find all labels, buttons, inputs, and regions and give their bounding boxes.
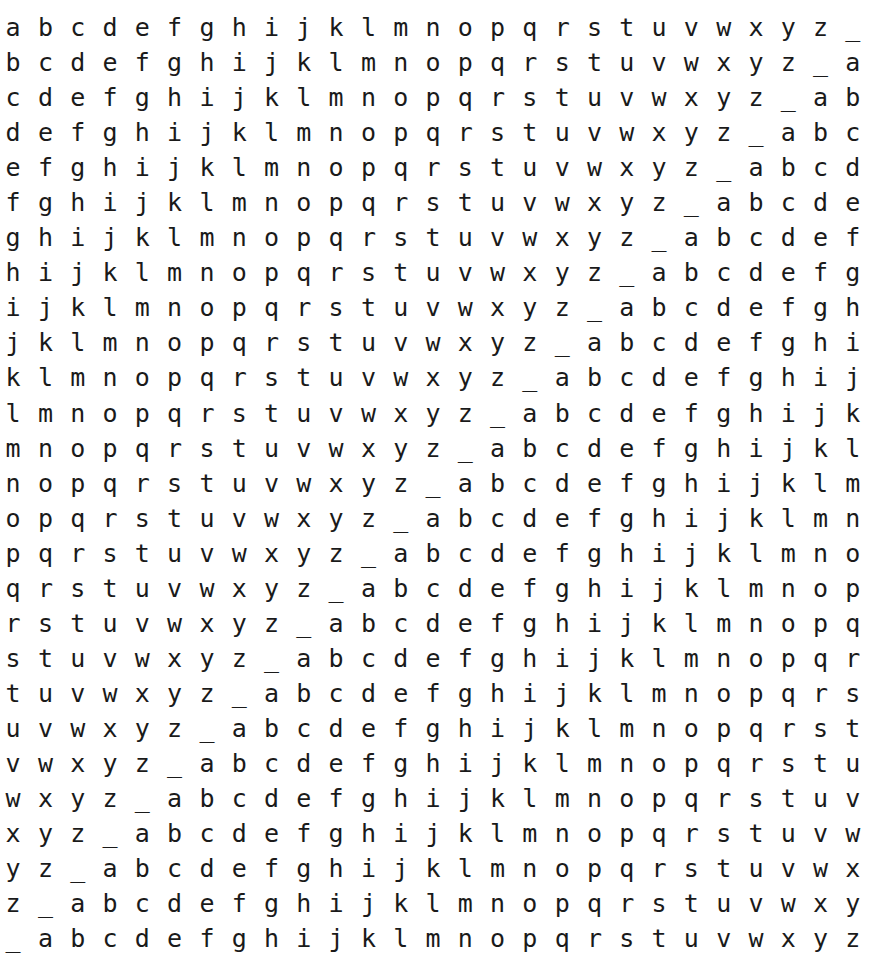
grid-cell: q (514, 10, 546, 45)
grid-cell: l (320, 45, 352, 80)
grid-cell: c (29, 45, 61, 80)
grid-cell: f (352, 746, 384, 781)
grid-cell: h (62, 185, 94, 220)
grid-cell: _ (578, 290, 610, 325)
grid-cell: h (158, 80, 190, 115)
grid-cell: y (288, 536, 320, 571)
grid-cell: f (385, 711, 417, 746)
grid-cell: m (223, 185, 255, 220)
grid-cell: p (611, 816, 643, 851)
grid-cell: a (126, 816, 158, 851)
grid-cell: l (514, 781, 546, 816)
grid-cell: n (449, 921, 481, 956)
grid-cell: h (481, 676, 513, 711)
grid-cell: x (0, 816, 29, 851)
grid-cell: y (0, 851, 29, 886)
grid-cell: s (62, 571, 94, 606)
grid-cell: s (255, 360, 287, 395)
grid-cell: y (643, 150, 675, 185)
grid-cell: d (352, 676, 384, 711)
grid-cell: q (255, 290, 287, 325)
grid-cell: x (675, 80, 707, 115)
grid-cell: i (126, 150, 158, 185)
grid-cell: i (481, 711, 513, 746)
grid-cell: p (804, 606, 836, 641)
grid-cell: w (288, 466, 320, 501)
grid-cell: f (643, 431, 675, 466)
grid-cell: _ (514, 360, 546, 395)
grid-cell: v (708, 921, 740, 956)
grid-cell: k (546, 711, 578, 746)
grid-cell: z (94, 781, 126, 816)
grid-cell: k (708, 536, 740, 571)
grid-cell: j (94, 220, 126, 255)
grid-cell: c (804, 150, 836, 185)
grid-cell: g (643, 466, 675, 501)
grid-cell: z (675, 150, 707, 185)
grid-cell: d (740, 255, 772, 290)
grid-cell: v (29, 711, 61, 746)
grid-cell: n (417, 10, 449, 45)
grid-cell: x (62, 746, 94, 781)
grid-cell: f (611, 466, 643, 501)
grid-cell: u (288, 396, 320, 431)
grid-cell: v (643, 45, 675, 80)
grid-cell: m (288, 115, 320, 150)
grid-cell: u (675, 921, 707, 956)
grid-cell: d (255, 781, 287, 816)
grid-cell: i (514, 676, 546, 711)
grid-cell: o (837, 536, 869, 571)
grid-cell: q (708, 746, 740, 781)
grid-cell: h (740, 396, 772, 431)
grid-cell: y (449, 360, 481, 395)
grid-cell: u (62, 641, 94, 676)
grid-cell: k (320, 10, 352, 45)
grid-cell: d (643, 360, 675, 395)
grid-cell: l (288, 80, 320, 115)
grid-cell: t (29, 641, 61, 676)
grid-cell: y (514, 290, 546, 325)
grid-cell: i (708, 466, 740, 501)
grid-cell: o (481, 921, 513, 956)
grid-cell: d (481, 536, 513, 571)
grid-cell: u (708, 886, 740, 921)
grid-cell: r (62, 536, 94, 571)
grid-cell: q (126, 431, 158, 466)
grid-cell: a (158, 781, 190, 816)
grid-cell: n (611, 746, 643, 781)
grid-cell: n (255, 185, 287, 220)
grid-cell: g (804, 290, 836, 325)
grid-cell: h (94, 150, 126, 185)
grid-cell: h (675, 466, 707, 501)
grid-cell: s (611, 921, 643, 956)
grid-cell: w (578, 150, 610, 185)
grid-cell: r (158, 431, 190, 466)
grid-cell: r (675, 816, 707, 851)
grid-cell: c (191, 816, 223, 851)
grid-cell: z (158, 711, 190, 746)
grid-cell: o (708, 676, 740, 711)
grid-cell: h (417, 746, 449, 781)
grid-cell: h (578, 571, 610, 606)
grid-cell: p (255, 255, 287, 290)
grid-cell: s (29, 606, 61, 641)
grid-cell: f (740, 325, 772, 360)
grid-cell: e (546, 501, 578, 536)
grid-cell: f (837, 220, 869, 255)
grid-cell: _ (126, 781, 158, 816)
grid-cell: v (385, 325, 417, 360)
grid-cell: x (29, 781, 61, 816)
grid-cell: q (417, 115, 449, 150)
grid-cell: h (385, 781, 417, 816)
grid-cell: c (643, 325, 675, 360)
grid-cell: i (352, 851, 384, 886)
grid-cell: s (514, 80, 546, 115)
grid-cell: n (772, 571, 804, 606)
grid-cell: z (804, 10, 836, 45)
grid-cell: e (611, 431, 643, 466)
grid-cell: v (126, 606, 158, 641)
grid-cell: w (675, 45, 707, 80)
grid-cell: p (158, 360, 190, 395)
grid-cell: y (385, 431, 417, 466)
grid-cell: d (772, 220, 804, 255)
grid-cell: b (417, 536, 449, 571)
grid-cell: p (546, 886, 578, 921)
grid-cell: h (611, 536, 643, 571)
grid-cell: l (578, 711, 610, 746)
grid-cell: i (29, 255, 61, 290)
grid-cell: w (772, 886, 804, 921)
grid-cell: c (158, 851, 190, 886)
grid-cell: j (837, 360, 869, 395)
grid-cell: m (62, 360, 94, 395)
grid-cell: z (320, 536, 352, 571)
grid-cell: a (643, 255, 675, 290)
grid-cell: x (804, 886, 836, 921)
grid-cell: n (94, 360, 126, 395)
grid-cell: h (514, 641, 546, 676)
grid-cell: d (288, 746, 320, 781)
grid-cell: j (708, 501, 740, 536)
grid-cell: k (0, 360, 29, 395)
grid-cell: x (94, 711, 126, 746)
grid-cell: y (255, 571, 287, 606)
grid-cell: h (223, 10, 255, 45)
grid-cell: q (481, 45, 513, 80)
grid-cell: g (449, 676, 481, 711)
grid-cell: q (772, 676, 804, 711)
grid-cell: m (546, 781, 578, 816)
grid-cell: a (94, 851, 126, 886)
grid-cell: n (804, 536, 836, 571)
grid-cell: a (62, 886, 94, 921)
grid-cell: u (481, 185, 513, 220)
grid-cell: b (514, 431, 546, 466)
grid-cell: _ (320, 571, 352, 606)
grid-cell: q (191, 360, 223, 395)
grid-cell: e (449, 606, 481, 641)
grid-cell: l (481, 816, 513, 851)
grid-cell: t (804, 746, 836, 781)
grid-cell: n (385, 45, 417, 80)
grid-cell: _ (611, 255, 643, 290)
grid-cell: v (481, 220, 513, 255)
grid-cell: y (126, 711, 158, 746)
grid-cell: q (320, 220, 352, 255)
grid-cell: u (546, 115, 578, 150)
grid-cell: o (449, 10, 481, 45)
grid-cell: o (804, 571, 836, 606)
grid-cell: v (804, 816, 836, 851)
grid-cell: t (772, 781, 804, 816)
grid-cell: v (320, 396, 352, 431)
grid-cell: a (837, 45, 869, 80)
grid-cell: u (223, 466, 255, 501)
grid-cell: e (158, 921, 190, 956)
grid-cell: m (352, 45, 384, 80)
grid-cell: i (546, 641, 578, 676)
grid-cell: q (611, 851, 643, 886)
grid-cell: l (546, 746, 578, 781)
grid-cell: s (708, 816, 740, 851)
grid-cell: m (417, 921, 449, 956)
grid-cell: e (0, 150, 29, 185)
grid-cell: r (385, 185, 417, 220)
grid-cell: x (320, 466, 352, 501)
grid-cell: a (611, 290, 643, 325)
grid-cell: h (0, 255, 29, 290)
grid-cell: g (94, 115, 126, 150)
grid-cell: l (29, 360, 61, 395)
grid-cell: w (837, 816, 869, 851)
grid-cell: d (578, 431, 610, 466)
grid-cell: k (29, 325, 61, 360)
grid-cell: v (94, 641, 126, 676)
grid-cell: e (352, 711, 384, 746)
grid-cell: p (288, 220, 320, 255)
grid-cell: c (320, 676, 352, 711)
grid-cell: j (29, 290, 61, 325)
grid-cell: d (191, 851, 223, 886)
grid-cell: o (385, 80, 417, 115)
grid-cell: j (546, 676, 578, 711)
grid-cell: d (94, 10, 126, 45)
grid-cell: e (385, 676, 417, 711)
grid-cell: u (417, 255, 449, 290)
grid-cell: u (578, 80, 610, 115)
grid-cell: k (126, 220, 158, 255)
grid-cell: i (417, 781, 449, 816)
grid-cell: g (772, 325, 804, 360)
grid-cell: x (158, 641, 190, 676)
grid-cell: u (255, 431, 287, 466)
grid-cell: s (320, 290, 352, 325)
grid-cell: k (158, 185, 190, 220)
grid-cell: s (578, 10, 610, 45)
grid-cell: a (708, 185, 740, 220)
grid-cell: b (352, 606, 384, 641)
grid-cell: g (352, 781, 384, 816)
grid-cell: s (126, 501, 158, 536)
grid-cell: u (191, 501, 223, 536)
grid-cell: f (288, 816, 320, 851)
grid-cell: g (578, 536, 610, 571)
grid-cell: x (417, 360, 449, 395)
grid-cell: c (255, 746, 287, 781)
grid-cell: n (29, 431, 61, 466)
grid-cell: t (837, 711, 869, 746)
grid-cell: m (772, 536, 804, 571)
grid-cell: b (320, 641, 352, 676)
grid-cell: q (837, 606, 869, 641)
grid-cell: i (158, 115, 190, 150)
grid-cell: f (94, 80, 126, 115)
grid-cell: o (126, 360, 158, 395)
grid-cell: i (223, 45, 255, 80)
grid-cell: i (94, 185, 126, 220)
grid-cell: j (320, 921, 352, 956)
grid-cell: b (740, 185, 772, 220)
grid-cell: n (514, 851, 546, 886)
grid-cell: i (0, 290, 29, 325)
grid-cell: f (417, 676, 449, 711)
grid-cell: w (611, 115, 643, 150)
grid-cell: i (288, 921, 320, 956)
grid-cell: b (675, 255, 707, 290)
grid-cell: u (514, 150, 546, 185)
grid-cell: t (546, 80, 578, 115)
grid-cell: s (546, 45, 578, 80)
grid-cell: k (352, 921, 384, 956)
grid-cell: w (514, 220, 546, 255)
grid-cell: l (417, 886, 449, 921)
grid-cell: n (708, 641, 740, 676)
grid-cell: i (385, 816, 417, 851)
grid-cell: h (708, 431, 740, 466)
grid-cell: d (158, 886, 190, 921)
grid-cell: w (385, 360, 417, 395)
grid-cell: e (255, 816, 287, 851)
grid-cell: m (837, 466, 869, 501)
grid-cell: y (481, 325, 513, 360)
grid-cell: t (0, 676, 29, 711)
grid-cell: l (223, 150, 255, 185)
grid-cell: y (158, 676, 190, 711)
grid-cell: m (320, 80, 352, 115)
grid-cell: r (288, 290, 320, 325)
grid-cell: y (94, 746, 126, 781)
grid-cell: j (0, 325, 29, 360)
grid-cell: b (611, 325, 643, 360)
grid-cell: n (288, 150, 320, 185)
grid-cell: z (352, 501, 384, 536)
grid-cell: f (804, 255, 836, 290)
grid-cell: x (223, 571, 255, 606)
grid-cell: q (385, 150, 417, 185)
grid-cell: c (546, 431, 578, 466)
grid-cell: j (417, 816, 449, 851)
grid-cell: t (94, 571, 126, 606)
grid-cell: v (514, 185, 546, 220)
grid-cell: v (546, 150, 578, 185)
grid-cell: o (320, 150, 352, 185)
grid-cell: v (837, 781, 869, 816)
grid-cell: c (837, 115, 869, 150)
grid-cell: z (0, 886, 29, 921)
grid-cell: p (352, 150, 384, 185)
grid-cell: n (578, 781, 610, 816)
grid-cell: l (611, 676, 643, 711)
grid-cell: o (740, 641, 772, 676)
grid-cell: u (352, 325, 384, 360)
grid-cell: k (643, 606, 675, 641)
grid-cell: u (740, 851, 772, 886)
grid-cell: w (255, 501, 287, 536)
grid-cell: q (288, 255, 320, 290)
grid-cell: w (29, 746, 61, 781)
grid-cell: i (772, 396, 804, 431)
grid-cell: e (320, 746, 352, 781)
grid-cell: k (385, 886, 417, 921)
grid-cell: _ (675, 185, 707, 220)
grid-cell: w (352, 396, 384, 431)
grid-cell: s (223, 396, 255, 431)
grid-cell: m (514, 816, 546, 851)
grid-cell: b (837, 80, 869, 115)
grid-cell: f (29, 150, 61, 185)
grid-cell: t (449, 185, 481, 220)
grid-cell: e (643, 396, 675, 431)
grid-cell: a (772, 115, 804, 150)
tabula-recta-grid: abcdefghijklmnopqrstuvwxyz_bcdefghijklmn… (0, 10, 869, 956)
grid-cell: w (643, 80, 675, 115)
grid-cell: d (0, 115, 29, 150)
grid-cell: m (611, 711, 643, 746)
grid-cell: h (837, 290, 869, 325)
grid-cell: m (29, 396, 61, 431)
grid-cell: a (740, 150, 772, 185)
grid-cell: i (62, 220, 94, 255)
grid-cell: p (578, 851, 610, 886)
grid-cell: d (804, 185, 836, 220)
grid-cell: p (320, 185, 352, 220)
grid-cell: i (643, 536, 675, 571)
grid-cell: i (837, 325, 869, 360)
grid-cell: a (0, 10, 29, 45)
grid-cell: q (546, 921, 578, 956)
grid-cell: z (62, 816, 94, 851)
grid-cell: z (578, 255, 610, 290)
grid-cell: l (837, 431, 869, 466)
grid-cell: u (804, 781, 836, 816)
grid-cell: t (126, 536, 158, 571)
grid-cell: i (255, 10, 287, 45)
grid-cell: r (578, 921, 610, 956)
grid-cell: h (288, 886, 320, 921)
grid-cell: w (126, 641, 158, 676)
grid-cell: r (320, 255, 352, 290)
grid-cell: m (0, 431, 29, 466)
grid-cell: m (708, 606, 740, 641)
grid-cell: j (191, 115, 223, 150)
grid-cell: f (320, 781, 352, 816)
grid-cell: u (158, 536, 190, 571)
grid-cell: z (29, 851, 61, 886)
